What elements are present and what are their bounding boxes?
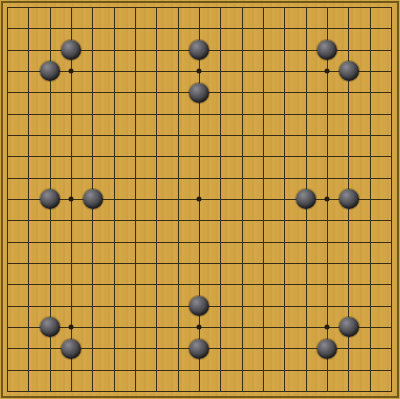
- grid-line-vertical: [263, 7, 264, 392]
- star-point-Q16: [325, 69, 330, 74]
- black-stone-Q17[interactable]: [317, 40, 337, 60]
- star-point-Q10: [325, 197, 330, 202]
- grid-line-vertical: [242, 7, 243, 392]
- black-stone-E10[interactable]: [83, 189, 103, 209]
- black-stone-R10[interactable]: [339, 189, 359, 209]
- black-stone-R16[interactable]: [339, 61, 359, 81]
- star-point-K4: [197, 325, 202, 330]
- star-point-D10: [69, 197, 74, 202]
- star-point-D16: [69, 69, 74, 74]
- star-point-K10: [197, 197, 202, 202]
- black-stone-Q3[interactable]: [317, 339, 337, 359]
- grid-line-horizontal: [7, 242, 392, 243]
- grid-line-vertical: [370, 7, 371, 392]
- go-board[interactable]: [0, 0, 400, 399]
- black-stone-C16[interactable]: [40, 61, 60, 81]
- black-stone-K3[interactable]: [189, 339, 209, 359]
- grid-line-horizontal: [7, 370, 392, 371]
- black-stone-P10[interactable]: [296, 189, 316, 209]
- grid-line-vertical: [220, 7, 221, 392]
- black-stone-K15[interactable]: [189, 83, 209, 103]
- black-stone-D17[interactable]: [61, 40, 81, 60]
- grid-line-horizontal: [7, 220, 392, 221]
- black-stone-K17[interactable]: [189, 40, 209, 60]
- grid-line-horizontal: [7, 263, 392, 264]
- black-stone-C4[interactable]: [40, 317, 60, 337]
- grid-line-vertical: [391, 7, 392, 392]
- star-point-D4: [69, 325, 74, 330]
- grid-line-vertical: [284, 7, 285, 392]
- black-stone-D3[interactable]: [61, 339, 81, 359]
- black-stone-C10[interactable]: [40, 189, 60, 209]
- black-stone-R4[interactable]: [339, 317, 359, 337]
- black-stone-K5[interactable]: [189, 296, 209, 316]
- grid-line-horizontal: [7, 284, 392, 285]
- star-point-K16: [197, 69, 202, 74]
- grid-line-horizontal: [7, 391, 392, 392]
- star-point-Q4: [325, 325, 330, 330]
